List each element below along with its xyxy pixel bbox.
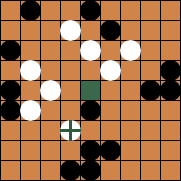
board-cell[interactable] (161, 61, 180, 80)
board-cell[interactable] (141, 1, 160, 20)
board-cell[interactable] (41, 1, 60, 20)
game-board (0, 0, 181, 181)
board-cell[interactable] (121, 161, 140, 180)
board-cell[interactable] (1, 101, 20, 120)
board-cell[interactable] (41, 61, 60, 80)
board-cell[interactable] (81, 121, 100, 140)
board-cell[interactable] (1, 61, 20, 80)
black-stone (80, 100, 101, 121)
white-stone (80, 40, 101, 61)
board-cell[interactable] (81, 1, 100, 20)
black-stone (160, 60, 181, 81)
black-stone (60, 160, 81, 181)
board-cell[interactable] (141, 81, 160, 100)
board-cell[interactable] (61, 161, 80, 180)
board-cell[interactable] (101, 21, 120, 40)
black-stone (100, 140, 121, 161)
white-stone (60, 20, 81, 41)
cross-mark-vertical (69, 120, 72, 141)
board-cell[interactable] (161, 161, 180, 180)
black-stone (0, 40, 21, 61)
board-cell[interactable] (161, 141, 180, 160)
white-stone (100, 60, 121, 81)
board-cell[interactable] (161, 21, 180, 40)
black-stone (140, 80, 161, 101)
board-cell[interactable] (81, 61, 100, 80)
board-cell[interactable] (21, 121, 40, 140)
board-cell[interactable] (61, 1, 80, 20)
board-cell[interactable] (121, 101, 140, 120)
board-cell[interactable] (21, 81, 40, 100)
board-cell[interactable] (81, 101, 100, 120)
board-cell[interactable] (121, 81, 140, 100)
board-cell[interactable] (21, 61, 40, 80)
black-stone (100, 20, 121, 41)
board-cell[interactable] (1, 41, 20, 60)
highlight-cell[interactable] (81, 81, 100, 100)
board-cell[interactable] (141, 121, 160, 140)
black-stone (0, 100, 21, 121)
board-cell[interactable] (41, 101, 60, 120)
black-stone (160, 80, 181, 101)
board-cell[interactable] (41, 21, 60, 40)
board-cell[interactable] (1, 141, 20, 160)
white-stone (40, 80, 61, 101)
black-stone (80, 0, 101, 21)
board-cell[interactable] (101, 61, 120, 80)
white-stone (20, 100, 41, 121)
board-cell[interactable] (81, 21, 100, 40)
board-cell[interactable] (41, 121, 60, 140)
board-cell[interactable] (61, 141, 80, 160)
board-cell[interactable] (161, 121, 180, 140)
board-cell[interactable] (121, 121, 140, 140)
board-cell[interactable] (121, 21, 140, 40)
board-cell[interactable] (141, 21, 160, 40)
board-cell[interactable] (141, 141, 160, 160)
board-cell[interactable] (101, 121, 120, 140)
board-cell[interactable] (81, 41, 100, 60)
board-cell[interactable] (121, 41, 140, 60)
board-cell[interactable] (41, 41, 60, 60)
board-cell[interactable] (21, 1, 40, 20)
board-cell[interactable] (101, 81, 120, 100)
board-cell[interactable] (121, 141, 140, 160)
board-cell[interactable] (161, 81, 180, 100)
board-cell[interactable] (101, 161, 120, 180)
board-cell[interactable] (61, 81, 80, 100)
board-cell[interactable] (41, 81, 60, 100)
board-cell[interactable] (121, 1, 140, 20)
board-cell[interactable] (141, 61, 160, 80)
board-cell[interactable] (101, 141, 120, 160)
board-cell[interactable] (21, 101, 40, 120)
board-cell[interactable] (141, 101, 160, 120)
black-stone (0, 80, 21, 101)
black-stone (80, 140, 101, 161)
board-cell[interactable] (61, 101, 80, 120)
white-stone (120, 40, 141, 61)
board-cell[interactable] (41, 161, 60, 180)
board-cell[interactable] (81, 141, 100, 160)
board-cell[interactable] (101, 101, 120, 120)
black-stone (80, 160, 101, 181)
board-cell[interactable] (1, 21, 20, 40)
board-cell[interactable] (41, 141, 60, 160)
board-cell[interactable] (61, 121, 80, 140)
white-stone (20, 60, 41, 81)
board-cell[interactable] (21, 21, 40, 40)
board-cell[interactable] (1, 1, 20, 20)
board-cell[interactable] (1, 161, 20, 180)
board-cell[interactable] (1, 121, 20, 140)
board-cell[interactable] (141, 41, 160, 60)
board-cell[interactable] (141, 161, 160, 180)
board-cell[interactable] (161, 41, 180, 60)
board-cell[interactable] (1, 81, 20, 100)
black-stone (20, 0, 41, 21)
board-cell[interactable] (81, 161, 100, 180)
board-cell[interactable] (61, 61, 80, 80)
board-cell[interactable] (121, 61, 140, 80)
board-cell[interactable] (21, 41, 40, 60)
board-cell[interactable] (101, 1, 120, 20)
board-cell[interactable] (161, 1, 180, 20)
board-cell[interactable] (161, 101, 180, 120)
board-cell[interactable] (101, 41, 120, 60)
board-cell[interactable] (61, 41, 80, 60)
board-cell[interactable] (21, 161, 40, 180)
board-cell[interactable] (21, 141, 40, 160)
board-cell[interactable] (61, 21, 80, 40)
